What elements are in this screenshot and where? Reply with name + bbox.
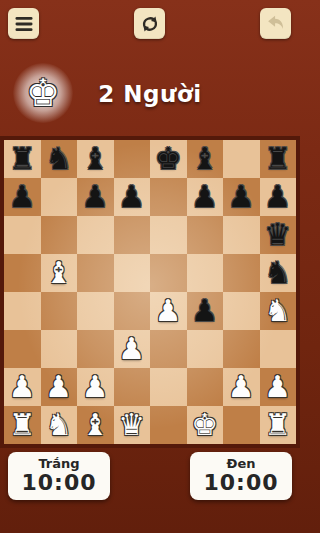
square-h7[interactable]: ♟: [260, 178, 297, 216]
square-c3[interactable]: [77, 330, 114, 368]
square-f8[interactable]: ♝: [187, 140, 224, 178]
square-g1[interactable]: [223, 406, 260, 444]
square-e8[interactable]: ♚: [150, 140, 187, 178]
square-d6[interactable]: [114, 216, 151, 254]
square-b8[interactable]: ♞: [41, 140, 78, 178]
square-d7[interactable]: ♟: [114, 178, 151, 216]
square-b2[interactable]: ♟: [41, 368, 78, 406]
piece-white-rook[interactable]: ♜: [264, 410, 291, 440]
piece-black-rook[interactable]: ♜: [264, 144, 291, 174]
piece-white-pawn[interactable]: ♟: [264, 372, 291, 402]
piece-black-king[interactable]: ♚: [155, 144, 182, 174]
square-f5[interactable]: [187, 254, 224, 292]
square-b7[interactable]: [41, 178, 78, 216]
square-d1[interactable]: ♛: [114, 406, 151, 444]
piece-black-pawn[interactable]: ♟: [9, 182, 36, 212]
square-h8[interactable]: ♜: [260, 140, 297, 178]
piece-black-pawn[interactable]: ♟: [264, 182, 291, 212]
black-clock-label: Đen: [190, 457, 292, 471]
square-g8[interactable]: [223, 140, 260, 178]
piece-white-pawn[interactable]: ♟: [82, 372, 109, 402]
piece-white-pawn[interactable]: ♟: [45, 372, 72, 402]
menu-button[interactable]: [8, 8, 39, 39]
black-clock: Đen 10:00: [190, 452, 292, 500]
square-h4[interactable]: ♞: [260, 292, 297, 330]
square-d4[interactable]: [114, 292, 151, 330]
piece-white-queen[interactable]: ♛: [118, 410, 145, 440]
undo-button[interactable]: [260, 8, 291, 39]
square-g5[interactable]: [223, 254, 260, 292]
piece-white-pawn[interactable]: ♟: [228, 372, 255, 402]
piece-white-king[interactable]: ♚: [191, 410, 218, 440]
square-f7[interactable]: ♟: [187, 178, 224, 216]
square-c4[interactable]: [77, 292, 114, 330]
square-a8[interactable]: ♜: [4, 140, 41, 178]
menu-icon: [15, 16, 33, 32]
square-b6[interactable]: [41, 216, 78, 254]
square-f2[interactable]: [187, 368, 224, 406]
square-a7[interactable]: ♟: [4, 178, 41, 216]
white-clock-time: 10:00: [8, 471, 110, 495]
piece-black-knight[interactable]: ♞: [45, 144, 72, 174]
square-a6[interactable]: [4, 216, 41, 254]
piece-black-pawn[interactable]: ♟: [82, 182, 109, 212]
square-b1[interactable]: ♞: [41, 406, 78, 444]
black-clock-time: 10:00: [190, 471, 292, 495]
square-c8[interactable]: ♝: [77, 140, 114, 178]
square-c2[interactable]: ♟: [77, 368, 114, 406]
piece-white-knight[interactable]: ♞: [264, 296, 291, 326]
square-e5[interactable]: [150, 254, 187, 292]
square-d3[interactable]: ♟: [114, 330, 151, 368]
square-e1[interactable]: [150, 406, 187, 444]
square-e3[interactable]: [150, 330, 187, 368]
piece-white-rook[interactable]: ♜: [9, 410, 36, 440]
piece-black-pawn[interactable]: ♟: [191, 296, 218, 326]
square-h1[interactable]: ♜: [260, 406, 297, 444]
piece-white-knight[interactable]: ♞: [45, 410, 72, 440]
piece-white-pawn[interactable]: ♟: [9, 372, 36, 402]
piece-black-queen[interactable]: ♛: [264, 220, 291, 250]
square-h2[interactable]: ♟: [260, 368, 297, 406]
piece-white-bishop[interactable]: ♝: [45, 258, 72, 288]
square-h5[interactable]: ♞: [260, 254, 297, 292]
square-c5[interactable]: [77, 254, 114, 292]
square-g7[interactable]: ♟: [223, 178, 260, 216]
undo-icon: [265, 13, 286, 34]
square-d2[interactable]: [114, 368, 151, 406]
square-g4[interactable]: [223, 292, 260, 330]
refresh-icon: [140, 14, 160, 34]
square-a4[interactable]: [4, 292, 41, 330]
square-b5[interactable]: ♝: [41, 254, 78, 292]
square-f6[interactable]: [187, 216, 224, 254]
piece-white-pawn[interactable]: ♟: [155, 296, 182, 326]
white-clock-label: Trắng: [8, 457, 110, 471]
square-d5[interactable]: [114, 254, 151, 292]
square-e2[interactable]: [150, 368, 187, 406]
square-a2[interactable]: ♟: [4, 368, 41, 406]
chess-board: ♜♞♝♚♝♜♟♟♟♟♟♟♛♝♞♟♟♞♟♟♟♟♟♟♜♞♝♛♚♜: [4, 140, 296, 444]
square-c7[interactable]: ♟: [77, 178, 114, 216]
white-clock: Trắng 10:00: [8, 452, 110, 500]
piece-black-pawn[interactable]: ♟: [118, 182, 145, 212]
chess-board-frame: ♜♞♝♚♝♜♟♟♟♟♟♟♛♝♞♟♟♞♟♟♟♟♟♟♜♞♝♛♚♜: [0, 136, 300, 448]
piece-black-rook[interactable]: ♜: [9, 144, 36, 174]
square-f1[interactable]: ♚: [187, 406, 224, 444]
piece-black-bishop[interactable]: ♝: [82, 144, 109, 174]
page-title: 2 Người: [0, 81, 300, 107]
square-b4[interactable]: [41, 292, 78, 330]
square-h3[interactable]: [260, 330, 297, 368]
square-a1[interactable]: ♜: [4, 406, 41, 444]
square-h6[interactable]: ♛: [260, 216, 297, 254]
restart-button[interactable]: [134, 8, 165, 39]
square-a3[interactable]: [4, 330, 41, 368]
square-c1[interactable]: ♝: [77, 406, 114, 444]
piece-black-pawn[interactable]: ♟: [228, 182, 255, 212]
square-e4[interactable]: ♟: [150, 292, 187, 330]
square-a5[interactable]: [4, 254, 41, 292]
square-g3[interactable]: [223, 330, 260, 368]
square-g2[interactable]: ♟: [223, 368, 260, 406]
piece-black-pawn[interactable]: ♟: [191, 182, 218, 212]
piece-black-bishop[interactable]: ♝: [191, 144, 218, 174]
piece-black-knight[interactable]: ♞: [264, 258, 291, 288]
square-b3[interactable]: [41, 330, 78, 368]
piece-white-bishop[interactable]: ♝: [82, 410, 109, 440]
square-e7[interactable]: [150, 178, 187, 216]
piece-white-pawn[interactable]: ♟: [118, 334, 145, 364]
square-f4[interactable]: ♟: [187, 292, 224, 330]
square-g6[interactable]: [223, 216, 260, 254]
square-f3[interactable]: [187, 330, 224, 368]
square-d8[interactable]: [114, 140, 151, 178]
square-e6[interactable]: [150, 216, 187, 254]
square-c6[interactable]: [77, 216, 114, 254]
